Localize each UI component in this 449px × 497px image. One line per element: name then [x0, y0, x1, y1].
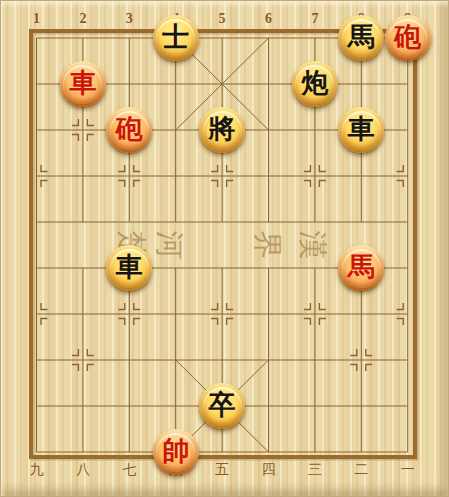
file-label-top-1: 1	[33, 11, 40, 27]
file-label-top-2: 2	[79, 11, 86, 27]
file-label-bottom-9: 一	[401, 461, 415, 479]
piece-glyph: 車	[60, 60, 106, 106]
file-label-bottom-3: 七	[122, 461, 136, 479]
piece-black-cannon[interactable]: 炮	[292, 61, 338, 107]
piece-glyph: 車	[338, 106, 384, 152]
piece-glyph: 卒	[199, 382, 245, 428]
piece-black-advisor[interactable]: 士	[153, 15, 199, 61]
file-label-bottom-5: 五	[215, 461, 229, 479]
file-label-top-6: 6	[265, 11, 272, 27]
piece-glyph: 車	[106, 244, 152, 290]
piece-black-chariot-1[interactable]: 車	[338, 107, 384, 153]
piece-black-horse[interactable]: 馬	[338, 15, 384, 61]
river-left-char-2: 河	[155, 231, 184, 260]
piece-glyph: 士	[153, 14, 199, 60]
river-right-char-2: 界	[253, 231, 282, 260]
piece-black-chariot-2[interactable]: 車	[106, 245, 152, 291]
piece-glyph: 馬	[338, 14, 384, 60]
piece-red-horse[interactable]: 馬	[338, 245, 384, 291]
file-label-bottom-8: 二	[354, 461, 368, 479]
piece-red-king[interactable]: 帥	[153, 429, 199, 475]
piece-black-soldier[interactable]: 卒	[199, 383, 245, 429]
piece-red-cannon-2[interactable]: 砲	[106, 107, 152, 153]
file-label-bottom-1: 九	[30, 461, 44, 479]
piece-glyph: 帥	[153, 428, 199, 474]
piece-red-chariot[interactable]: 車	[60, 61, 106, 107]
river-right-char-1: 漢	[298, 231, 327, 260]
piece-glyph: 將	[199, 106, 245, 152]
piece-glyph: 馬	[338, 244, 384, 290]
file-label-bottom-6: 四	[262, 461, 276, 479]
piece-glyph: 砲	[385, 14, 431, 60]
file-label-bottom-7: 三	[308, 461, 322, 479]
piece-glyph: 炮	[292, 60, 338, 106]
piece-glyph: 砲	[106, 106, 152, 152]
piece-black-general[interactable]: 將	[199, 107, 245, 153]
file-label-top-5: 5	[219, 11, 226, 27]
file-label-top-7: 7	[311, 11, 318, 27]
xiangqi-board[interactable]: 123456789九八七六五四三二一 楚河漢界 士馬砲車炮砲將車車馬卒帥	[0, 0, 449, 497]
file-label-bottom-2: 八	[76, 461, 90, 479]
file-label-top-3: 3	[126, 11, 133, 27]
piece-red-cannon-1[interactable]: 砲	[385, 15, 431, 61]
